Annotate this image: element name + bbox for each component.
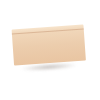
wooden-block [11, 24, 88, 72]
small-hole [15, 97, 20, 100]
product-photo [0, 0, 100, 100]
block-top-face [12, 25, 86, 66]
